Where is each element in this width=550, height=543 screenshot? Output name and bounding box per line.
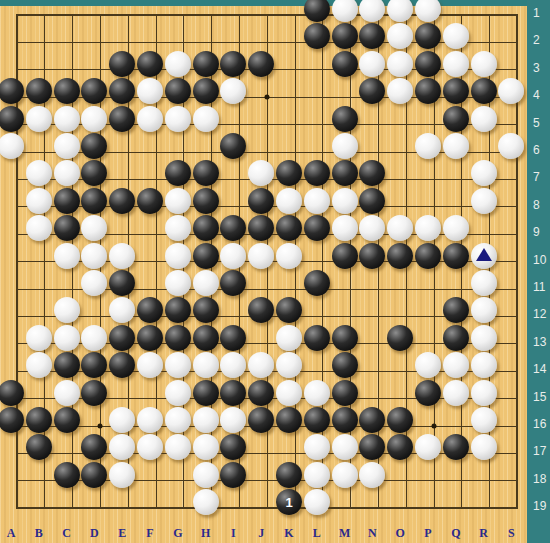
top-edge-strip (0, 0, 550, 6)
black-stone-M15[interactable] (332, 380, 358, 406)
black-stone-O13[interactable] (387, 325, 413, 351)
black-stone-J15[interactable] (248, 380, 274, 406)
black-stone-C8[interactable] (54, 188, 80, 214)
black-stone-I11[interactable] (220, 270, 246, 296)
go-board-screen: 1 ABCDEFGHIJKLMNOPQRS1234567891011121314… (0, 0, 550, 543)
white-stone-P9[interactable] (415, 215, 441, 241)
black-stone-Q10[interactable] (443, 243, 469, 269)
white-stone-E17[interactable] (109, 434, 135, 460)
black-stone-M14[interactable] (332, 352, 358, 378)
white-stone-F14[interactable] (137, 352, 163, 378)
white-stone-Q14[interactable] (443, 352, 469, 378)
black-stone-M13[interactable] (332, 325, 358, 351)
row-label-17: 17 (533, 444, 546, 458)
black-stone-I9[interactable] (220, 215, 246, 241)
black-stone-L13[interactable] (304, 325, 330, 351)
white-stone-K14[interactable] (276, 352, 302, 378)
row-label-11: 11 (533, 280, 545, 294)
black-stone-F13[interactable] (137, 325, 163, 351)
black-stone-L2[interactable] (304, 23, 330, 49)
row-label-4: 4 (533, 88, 540, 102)
row-label-9: 9 (533, 225, 540, 239)
black-stone-E14[interactable] (109, 352, 135, 378)
white-stone-G11[interactable] (165, 270, 191, 296)
black-stone-P15[interactable] (415, 380, 441, 406)
white-stone-J14[interactable] (248, 352, 274, 378)
black-stone-H15[interactable] (193, 380, 219, 406)
white-stone-L19[interactable] (304, 489, 330, 515)
white-stone-R10[interactable] (471, 243, 497, 269)
white-stone-D13[interactable] (81, 325, 107, 351)
white-stone-P14[interactable] (415, 352, 441, 378)
white-stone-R17[interactable] (471, 434, 497, 460)
black-stone-J8[interactable] (248, 188, 274, 214)
board-wood-texture (0, 0, 550, 543)
black-stone-N8[interactable] (359, 188, 385, 214)
move-number-label: 1 (285, 496, 292, 509)
black-stone-E8[interactable] (109, 188, 135, 214)
row-coordinate-strip (527, 0, 550, 543)
white-stone-M8[interactable] (332, 188, 358, 214)
white-stone-Q9[interactable] (443, 215, 469, 241)
star-point (265, 95, 270, 100)
white-stone-C7[interactable] (54, 160, 80, 186)
column-label-R: R (479, 526, 488, 541)
column-label-Q: Q (451, 526, 460, 541)
white-stone-P6[interactable] (415, 133, 441, 159)
row-label-15: 15 (533, 390, 546, 404)
column-label-N: N (368, 526, 377, 541)
row-label-6: 6 (533, 143, 540, 157)
black-stone-K18[interactable] (276, 462, 302, 488)
black-stone-Q13[interactable] (443, 325, 469, 351)
column-label-G: G (173, 526, 182, 541)
black-stone-I13[interactable] (220, 325, 246, 351)
white-stone-B9[interactable] (26, 215, 52, 241)
black-stone-H8[interactable] (193, 188, 219, 214)
black-stone-D14[interactable] (81, 352, 107, 378)
white-stone-I14[interactable] (220, 352, 246, 378)
black-stone-G7[interactable] (165, 160, 191, 186)
white-stone-C15[interactable] (54, 380, 80, 406)
white-stone-K15[interactable] (276, 380, 302, 406)
white-stone-L17[interactable] (304, 434, 330, 460)
white-stone-L8[interactable] (304, 188, 330, 214)
black-stone-H7[interactable] (193, 160, 219, 186)
column-label-P: P (424, 526, 431, 541)
column-label-M: M (339, 526, 350, 541)
white-stone-Q2[interactable] (443, 23, 469, 49)
column-label-O: O (396, 526, 405, 541)
black-stone-R4[interactable] (471, 78, 497, 104)
black-stone-L16[interactable] (304, 407, 330, 433)
white-stone-E16[interactable] (109, 407, 135, 433)
white-stone-O9[interactable] (387, 215, 413, 241)
black-stone-B4[interactable] (26, 78, 52, 104)
column-label-E: E (118, 526, 126, 541)
white-stone-H5[interactable] (193, 106, 219, 132)
row-label-8: 8 (533, 198, 540, 212)
white-stone-B5[interactable] (26, 106, 52, 132)
white-stone-G8[interactable] (165, 188, 191, 214)
white-stone-R8[interactable] (471, 188, 497, 214)
white-stone-F16[interactable] (137, 407, 163, 433)
black-stone-O10[interactable] (387, 243, 413, 269)
white-stone-C13[interactable] (54, 325, 80, 351)
white-stone-O3[interactable] (387, 51, 413, 77)
white-stone-H17[interactable] (193, 434, 219, 460)
white-stone-G5[interactable] (165, 106, 191, 132)
white-stone-G10[interactable] (165, 243, 191, 269)
white-stone-N3[interactable] (359, 51, 385, 77)
column-label-L: L (313, 526, 321, 541)
white-stone-C5[interactable] (54, 106, 80, 132)
black-stone-M10[interactable] (332, 243, 358, 269)
black-stone-K9[interactable] (276, 215, 302, 241)
white-stone-R7[interactable] (471, 160, 497, 186)
white-stone-L15[interactable] (304, 380, 330, 406)
black-stone-G12[interactable] (165, 297, 191, 323)
white-stone-R11[interactable] (471, 270, 497, 296)
row-label-19: 19 (533, 499, 546, 513)
black-stone-H3[interactable] (193, 51, 219, 77)
column-label-F: F (146, 526, 153, 541)
black-stone-I18[interactable] (220, 462, 246, 488)
white-stone-H14[interactable] (193, 352, 219, 378)
white-stone-O2[interactable] (387, 23, 413, 49)
black-stone-I6[interactable] (220, 133, 246, 159)
grid-hline (16, 42, 518, 43)
white-stone-H16[interactable] (193, 407, 219, 433)
white-stone-B7[interactable] (26, 160, 52, 186)
white-stone-J7[interactable] (248, 160, 274, 186)
white-stone-Q15[interactable] (443, 380, 469, 406)
white-stone-G14[interactable] (165, 352, 191, 378)
white-stone-Q3[interactable] (443, 51, 469, 77)
black-stone-I17[interactable] (220, 434, 246, 460)
white-stone-I4[interactable] (220, 78, 246, 104)
black-stone-N17[interactable] (359, 434, 385, 460)
black-stone-E11[interactable] (109, 270, 135, 296)
white-stone-C6[interactable] (54, 133, 80, 159)
black-stone-D15[interactable] (81, 380, 107, 406)
white-stone-R12[interactable] (471, 297, 497, 323)
column-label-B: B (35, 526, 43, 541)
white-stone-D5[interactable] (81, 106, 107, 132)
black-stone-L9[interactable] (304, 215, 330, 241)
black-stone-K19[interactable]: 1 (276, 489, 302, 515)
star-point (432, 424, 437, 429)
white-stone-J10[interactable] (248, 243, 274, 269)
black-stone-J16[interactable] (248, 407, 274, 433)
black-stone-D7[interactable] (81, 160, 107, 186)
black-stone-E3[interactable] (109, 51, 135, 77)
black-stone-C14[interactable] (54, 352, 80, 378)
black-stone-H12[interactable] (193, 297, 219, 323)
white-stone-I10[interactable] (220, 243, 246, 269)
black-stone-F8[interactable] (137, 188, 163, 214)
white-stone-B8[interactable] (26, 188, 52, 214)
white-stone-G16[interactable] (165, 407, 191, 433)
black-stone-I15[interactable] (220, 380, 246, 406)
black-stone-H13[interactable] (193, 325, 219, 351)
column-label-S: S (508, 526, 515, 541)
black-stone-M3[interactable] (332, 51, 358, 77)
white-stone-G3[interactable] (165, 51, 191, 77)
black-stone-N16[interactable] (359, 407, 385, 433)
black-stone-M2[interactable] (332, 23, 358, 49)
black-stone-C4[interactable] (54, 78, 80, 104)
row-label-3: 3 (533, 61, 540, 75)
grid-hline (16, 14, 518, 16)
white-stone-C10[interactable] (54, 243, 80, 269)
black-stone-C16[interactable] (54, 407, 80, 433)
row-label-10: 10 (533, 253, 546, 267)
white-stone-D11[interactable] (81, 270, 107, 296)
black-stone-K16[interactable] (276, 407, 302, 433)
black-stone-J3[interactable] (248, 51, 274, 77)
white-stone-E18[interactable] (109, 462, 135, 488)
white-stone-B13[interactable] (26, 325, 52, 351)
black-stone-N4[interactable] (359, 78, 385, 104)
black-stone-P4[interactable] (415, 78, 441, 104)
triangle-marker (476, 248, 492, 261)
black-stone-N2[interactable] (359, 23, 385, 49)
black-stone-L11[interactable] (304, 270, 330, 296)
row-label-5: 5 (533, 116, 540, 130)
white-stone-K13[interactable] (276, 325, 302, 351)
black-stone-F12[interactable] (137, 297, 163, 323)
black-stone-Q12[interactable] (443, 297, 469, 323)
black-stone-J9[interactable] (248, 215, 274, 241)
white-stone-O4[interactable] (387, 78, 413, 104)
white-stone-P17[interactable] (415, 434, 441, 460)
black-stone-E4[interactable] (109, 78, 135, 104)
black-stone-H9[interactable] (193, 215, 219, 241)
black-stone-P10[interactable] (415, 243, 441, 269)
black-stone-Q5[interactable] (443, 106, 469, 132)
black-stone-L7[interactable] (304, 160, 330, 186)
black-stone-O16[interactable] (387, 407, 413, 433)
black-stone-Q4[interactable] (443, 78, 469, 104)
black-stone-D4[interactable] (81, 78, 107, 104)
black-stone-E5[interactable] (109, 106, 135, 132)
white-stone-B14[interactable] (26, 352, 52, 378)
column-label-I: I (231, 526, 236, 541)
black-stone-K7[interactable] (276, 160, 302, 186)
column-label-K: K (284, 526, 293, 541)
column-label-H: H (201, 526, 210, 541)
white-stone-M6[interactable] (332, 133, 358, 159)
black-stone-G4[interactable] (165, 78, 191, 104)
grid-hline (16, 507, 518, 509)
black-stone-M16[interactable] (332, 407, 358, 433)
row-label-14: 14 (533, 362, 546, 376)
white-stone-H19[interactable] (193, 489, 219, 515)
white-stone-Q6[interactable] (443, 133, 469, 159)
black-stone-C18[interactable] (54, 462, 80, 488)
white-stone-M17[interactable] (332, 434, 358, 460)
white-stone-D9[interactable] (81, 215, 107, 241)
black-stone-D17[interactable] (81, 434, 107, 460)
white-stone-E12[interactable] (109, 297, 135, 323)
black-stone-Q17[interactable] (443, 434, 469, 460)
white-stone-R15[interactable] (471, 380, 497, 406)
black-stone-M7[interactable] (332, 160, 358, 186)
row-label-16: 16 (533, 417, 546, 431)
black-stone-E13[interactable] (109, 325, 135, 351)
row-label-13: 13 (533, 335, 546, 349)
column-label-J: J (258, 526, 264, 541)
white-stone-N9[interactable] (359, 215, 385, 241)
black-stone-H4[interactable] (193, 78, 219, 104)
black-stone-B16[interactable] (26, 407, 52, 433)
white-stone-R16[interactable] (471, 407, 497, 433)
row-label-7: 7 (533, 170, 540, 184)
white-stone-R13[interactable] (471, 325, 497, 351)
black-stone-N10[interactable] (359, 243, 385, 269)
white-stone-K10[interactable] (276, 243, 302, 269)
white-stone-F5[interactable] (137, 106, 163, 132)
black-stone-P3[interactable] (415, 51, 441, 77)
white-stone-R14[interactable] (471, 352, 497, 378)
black-stone-D18[interactable] (81, 462, 107, 488)
white-stone-R5[interactable] (471, 106, 497, 132)
column-label-A: A (7, 526, 16, 541)
black-stone-O17[interactable] (387, 434, 413, 460)
black-stone-G13[interactable] (165, 325, 191, 351)
white-stone-I16[interactable] (220, 407, 246, 433)
black-stone-F3[interactable] (137, 51, 163, 77)
black-stone-P2[interactable] (415, 23, 441, 49)
black-stone-D8[interactable] (81, 188, 107, 214)
white-stone-M9[interactable] (332, 215, 358, 241)
white-stone-H11[interactable] (193, 270, 219, 296)
white-stone-S6[interactable] (498, 133, 524, 159)
black-stone-D6[interactable] (81, 133, 107, 159)
white-stone-E10[interactable] (109, 243, 135, 269)
star-point (98, 424, 103, 429)
white-stone-K8[interactable] (276, 188, 302, 214)
white-stone-G15[interactable] (165, 380, 191, 406)
white-stone-F17[interactable] (137, 434, 163, 460)
white-stone-G17[interactable] (165, 434, 191, 460)
white-stone-F4[interactable] (137, 78, 163, 104)
white-stone-S4[interactable] (498, 78, 524, 104)
black-stone-N7[interactable] (359, 160, 385, 186)
row-label-18: 18 (533, 472, 546, 486)
black-stone-H10[interactable] (193, 243, 219, 269)
row-label-2: 2 (533, 33, 540, 47)
white-stone-M18[interactable] (332, 462, 358, 488)
black-stone-M5[interactable] (332, 106, 358, 132)
black-stone-J12[interactable] (248, 297, 274, 323)
white-stone-R3[interactable] (471, 51, 497, 77)
row-label-12: 12 (533, 307, 546, 321)
white-stone-H18[interactable] (193, 462, 219, 488)
white-stone-N18[interactable] (359, 462, 385, 488)
white-stone-C12[interactable] (54, 297, 80, 323)
black-stone-K12[interactable] (276, 297, 302, 323)
column-label-C: C (62, 526, 71, 541)
column-label-D: D (90, 526, 99, 541)
white-stone-L18[interactable] (304, 462, 330, 488)
row-label-1: 1 (533, 6, 540, 20)
black-stone-I3[interactable] (220, 51, 246, 77)
white-stone-G9[interactable] (165, 215, 191, 241)
black-stone-C9[interactable] (54, 215, 80, 241)
white-stone-D10[interactable] (81, 243, 107, 269)
black-stone-B17[interactable] (26, 434, 52, 460)
